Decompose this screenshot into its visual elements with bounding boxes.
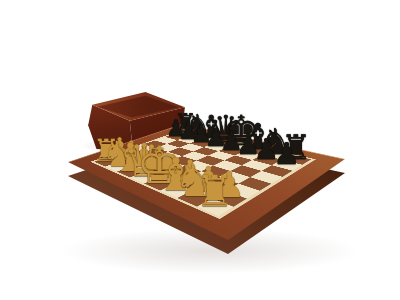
chess-set-photo: ♜♞♝♛♚♝♞♜♟♟♟♟♟♟♟♟♟♟♟♟♟♟♟♟♜♞♝♛♚♝♞♜: [0, 0, 400, 300]
